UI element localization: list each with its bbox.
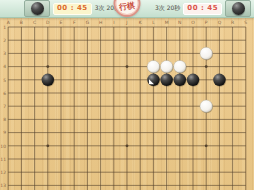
stone-black [187,74,199,86]
column-label: H [99,20,102,25]
black-stone-icon [232,2,245,15]
player-right-avatar[interactable] [225,0,251,17]
row-label: 10 [0,144,6,149]
column-label: M [165,20,169,25]
player-right: 3次 20秒 00 : 45 [155,0,251,17]
player-left-avatar[interactable] [24,0,50,17]
player-left: 00 : 45 3次 20秒 [24,0,120,17]
star-point [46,144,49,147]
row-label: 11 [0,157,6,162]
stone-black [174,74,186,86]
column-label: Q [218,20,222,25]
column-label: O [191,20,195,25]
column-label: F [73,20,76,25]
badge-label: 行棋 [115,0,139,14]
black-stone-icon [31,2,44,15]
column-label: S [244,20,247,25]
stone-black [160,74,172,86]
stone-black [42,74,54,86]
column-label: R [231,20,234,25]
star-point [126,144,129,147]
row-label: 4 [3,64,6,69]
column-label: B [20,20,23,25]
player-right-byoyomi: 3次 20秒 [155,4,180,13]
stone-black [213,74,225,86]
row-label: 1 [3,25,6,30]
row-label: 3 [3,51,6,56]
game-screen: 00 : 45 3次 20秒 行棋 3次 20秒 00 : 45 ABCDEFG… [0,0,254,190]
row-label: 9 [3,130,6,135]
stone-white [174,60,186,72]
row-label: 2 [3,38,6,43]
column-label: P [205,20,208,25]
star-point [126,65,129,68]
row-label: 7 [3,104,6,109]
star-point [205,144,208,147]
column-label: E [60,20,63,25]
goban-board[interactable]: ABCDEFGHIJKLMNOPQRS12345678910111213 [0,18,254,190]
row-label: 13 [0,183,6,188]
column-label: G [86,20,90,25]
stone-white [147,60,159,72]
star-point [46,65,49,68]
column-label: A [7,20,11,25]
stone-white [200,100,212,112]
row-label: 6 [3,91,6,96]
column-label: D [46,20,50,25]
star-point [205,65,208,68]
stone-white [200,47,212,59]
column-label: I [113,20,114,25]
stone-white [160,60,172,72]
row-label: 8 [3,117,6,122]
column-label: L [152,20,155,25]
row-label: 12 [0,170,6,175]
column-label: C [33,20,36,25]
column-label: N [178,20,181,25]
row-label: 5 [3,78,6,83]
board-area: ABCDEFGHIJKLMNOPQRS12345678910111213 [0,18,254,190]
top-bar: 00 : 45 3次 20秒 行棋 3次 20秒 00 : 45 [0,0,254,18]
column-label: K [139,20,143,25]
player-right-timer: 00 : 45 [183,3,222,15]
column-label: J [125,20,127,25]
player-left-timer: 00 : 45 [53,3,92,15]
